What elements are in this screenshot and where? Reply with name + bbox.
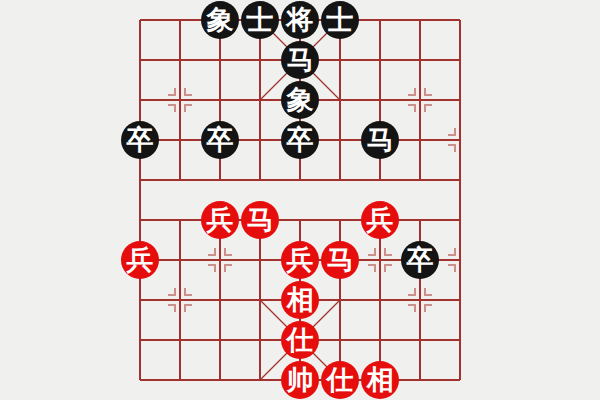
piece-black-advisor[interactable]: 士 (321, 1, 359, 39)
xiangqi-board: 象士将士马象卒卒卒马卒兵马兵兵兵马相仕帅仕相 (0, 0, 600, 400)
piece-red-advisor[interactable]: 仕 (321, 361, 359, 399)
piece-red-soldier[interactable]: 兵 (121, 241, 159, 279)
piece-black-horse[interactable]: 马 (361, 121, 399, 159)
piece-black-horse[interactable]: 马 (281, 41, 319, 79)
piece-black-soldier[interactable]: 卒 (401, 241, 439, 279)
piece-black-elephant[interactable]: 象 (201, 1, 239, 39)
piece-red-soldier[interactable]: 兵 (281, 241, 319, 279)
piece-red-soldier[interactable]: 兵 (361, 201, 399, 239)
piece-black-advisor[interactable]: 士 (241, 1, 279, 39)
piece-red-horse[interactable]: 马 (241, 201, 279, 239)
piece-red-horse[interactable]: 马 (321, 241, 359, 279)
piece-red-soldier[interactable]: 兵 (201, 201, 239, 239)
piece-black-elephant[interactable]: 象 (281, 81, 319, 119)
piece-red-elephant[interactable]: 相 (361, 361, 399, 399)
board-pieces: 象士将士马象卒卒卒马卒兵马兵兵兵马相仕帅仕相 (120, 0, 480, 400)
piece-black-soldier[interactable]: 卒 (121, 121, 159, 159)
piece-black-soldier[interactable]: 卒 (201, 121, 239, 159)
piece-red-advisor[interactable]: 仕 (281, 321, 319, 359)
piece-black-soldier[interactable]: 卒 (281, 121, 319, 159)
piece-black-general[interactable]: 将 (281, 1, 319, 39)
piece-red-general[interactable]: 帅 (281, 361, 319, 399)
piece-red-elephant[interactable]: 相 (281, 281, 319, 319)
